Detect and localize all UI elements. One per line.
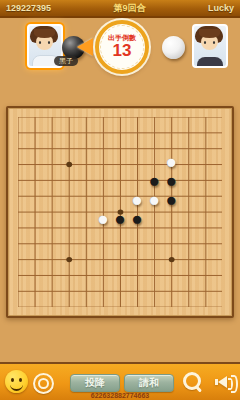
turn-arrow-icon <box>77 38 93 56</box>
stone-white: ● <box>94 209 111 228</box>
avatar-body <box>197 57 223 68</box>
white-player-avatar[interactable] <box>192 24 228 68</box>
stone-white: ● <box>146 190 163 209</box>
speaker-icon[interactable] <box>212 372 234 392</box>
stone-black: ● <box>111 209 128 228</box>
avatar-bangs <box>34 29 55 38</box>
smiley-emote-icon[interactable] <box>5 370 28 393</box>
white-stone-indicator <box>162 36 185 59</box>
stone-black: ● <box>129 209 146 228</box>
opponent-name: Lucky <box>208 3 234 13</box>
stone-black: ● <box>163 190 180 209</box>
surrender-button[interactable]: 投降 <box>70 374 120 392</box>
avatar-bangs <box>199 29 220 38</box>
board-stone-grid[interactable]: ●●●●●●●●● <box>9 109 231 315</box>
bottom-toolbar: 投降 請和 622632882774663 <box>0 362 240 400</box>
stone-white: ● <box>163 152 180 171</box>
stone-black: ● <box>146 171 163 190</box>
gomoku-board[interactable]: ●●●●●●●●● <box>6 106 234 318</box>
round-counter: 第9回合 <box>114 2 146 15</box>
title-bar: 129227395 第9回合 Lucky <box>0 0 240 18</box>
table-serial-number: 622632882774663 <box>0 392 240 399</box>
stone-black: ● <box>163 171 180 190</box>
magnifier-icon[interactable] <box>183 372 203 392</box>
draw-request-button[interactable]: 請和 <box>124 374 174 392</box>
player-id-text: 129227395 <box>6 3 51 13</box>
stone-white: ● <box>129 190 146 209</box>
black-side-label: 黑子 <box>54 56 78 66</box>
spectator-eye-icon[interactable] <box>33 373 54 394</box>
move-countdown-badge: 出手倒數 13 <box>95 20 149 74</box>
